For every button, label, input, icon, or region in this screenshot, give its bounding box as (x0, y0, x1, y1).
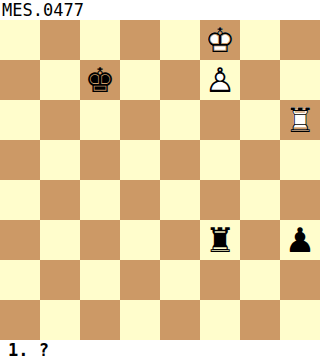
square-f7[interactable]: ♟♙ (200, 60, 240, 100)
square-g4[interactable] (240, 180, 280, 220)
white-rook-outline: ♖ (280, 100, 320, 140)
square-d4[interactable] (120, 180, 160, 220)
square-c6[interactable] (80, 100, 120, 140)
square-b1[interactable] (40, 300, 80, 340)
square-b4[interactable] (40, 180, 80, 220)
square-c2[interactable] (80, 260, 120, 300)
square-a7[interactable] (0, 60, 40, 100)
square-c7[interactable]: ♚ (80, 60, 120, 100)
square-a1[interactable] (0, 300, 40, 340)
white-rook[interactable]: ♜♖ (280, 100, 320, 140)
square-g3[interactable] (240, 220, 280, 260)
square-c3[interactable] (80, 220, 120, 260)
square-b2[interactable] (40, 260, 80, 300)
square-d5[interactable] (120, 140, 160, 180)
square-d1[interactable] (120, 300, 160, 340)
square-c4[interactable] (80, 180, 120, 220)
square-d8[interactable] (120, 20, 160, 60)
black-pawn[interactable]: ♟ (280, 220, 320, 260)
square-g2[interactable] (240, 260, 280, 300)
move-prompt: 1. ? (0, 340, 320, 360)
square-h1[interactable] (280, 300, 320, 340)
square-c5[interactable] (80, 140, 120, 180)
white-pawn[interactable]: ♟♙ (200, 60, 240, 100)
square-g1[interactable] (240, 300, 280, 340)
square-e8[interactable] (160, 20, 200, 60)
square-d2[interactable] (120, 260, 160, 300)
square-e3[interactable] (160, 220, 200, 260)
square-h3[interactable]: ♟ (280, 220, 320, 260)
square-f3[interactable]: ♜ (200, 220, 240, 260)
square-c8[interactable] (80, 20, 120, 60)
square-a2[interactable] (0, 260, 40, 300)
square-d6[interactable] (120, 100, 160, 140)
square-e7[interactable] (160, 60, 200, 100)
square-f2[interactable] (200, 260, 240, 300)
square-e6[interactable] (160, 100, 200, 140)
square-a6[interactable] (0, 100, 40, 140)
square-g8[interactable] (240, 20, 280, 60)
square-h5[interactable] (280, 140, 320, 180)
square-b8[interactable] (40, 20, 80, 60)
square-a3[interactable] (0, 220, 40, 260)
white-king-outline: ♔ (200, 20, 240, 60)
square-h8[interactable] (280, 20, 320, 60)
square-b6[interactable] (40, 100, 80, 140)
square-g5[interactable] (240, 140, 280, 180)
square-h7[interactable] (280, 60, 320, 100)
black-king[interactable]: ♚ (80, 60, 120, 100)
chess-board: ♚♔♚♟♙♜♖♜♟ (0, 20, 320, 340)
square-c1[interactable] (80, 300, 120, 340)
square-b3[interactable] (40, 220, 80, 260)
black-rook[interactable]: ♜ (200, 220, 240, 260)
white-king[interactable]: ♚♔ (200, 20, 240, 60)
square-h4[interactable] (280, 180, 320, 220)
square-d3[interactable] (120, 220, 160, 260)
square-h6[interactable]: ♜♖ (280, 100, 320, 140)
square-g7[interactable] (240, 60, 280, 100)
square-e2[interactable] (160, 260, 200, 300)
diagram-title: MES.0477 (0, 0, 320, 20)
square-f8[interactable]: ♚♔ (200, 20, 240, 60)
square-b5[interactable] (40, 140, 80, 180)
square-f4[interactable] (200, 180, 240, 220)
square-b7[interactable] (40, 60, 80, 100)
square-d7[interactable] (120, 60, 160, 100)
white-pawn-outline: ♙ (200, 60, 240, 100)
square-a5[interactable] (0, 140, 40, 180)
square-f6[interactable] (200, 100, 240, 140)
square-f5[interactable] (200, 140, 240, 180)
square-e4[interactable] (160, 180, 200, 220)
square-g6[interactable] (240, 100, 280, 140)
square-a4[interactable] (0, 180, 40, 220)
square-e5[interactable] (160, 140, 200, 180)
square-f1[interactable] (200, 300, 240, 340)
chess-diagram-page: MES.0477 ♚♔♚♟♙♜♖♜♟ 1. ? (0, 0, 320, 360)
square-a8[interactable] (0, 20, 40, 60)
square-h2[interactable] (280, 260, 320, 300)
square-e1[interactable] (160, 300, 200, 340)
